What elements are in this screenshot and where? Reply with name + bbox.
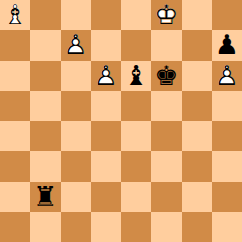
square-h6[interactable]: ♟♙ [212,61,242,91]
square-c3[interactable] [61,151,91,181]
square-g4[interactable] [182,121,212,151]
square-a8[interactable]: ♝♗ [0,0,30,30]
square-a2[interactable] [0,182,30,212]
square-g7[interactable] [182,30,212,60]
white-pawn-piece[interactable]: ♟♙ [91,61,121,91]
square-b7[interactable] [30,30,60,60]
white-pawn-outline-glyph: ♙ [61,30,91,60]
square-b3[interactable] [30,151,60,181]
square-g2[interactable] [182,182,212,212]
square-e7[interactable] [121,30,151,60]
square-a3[interactable] [0,151,30,181]
square-e5[interactable] [121,91,151,121]
square-a1[interactable] [0,212,30,242]
square-b5[interactable] [30,91,60,121]
black-king-piece[interactable]: ♚ [151,61,181,91]
square-e2[interactable] [121,182,151,212]
square-f5[interactable] [151,91,181,121]
square-f6[interactable]: ♚ [151,61,181,91]
square-e1[interactable] [121,212,151,242]
square-b6[interactable] [30,61,60,91]
white-bishop-piece[interactable]: ♝♗ [0,0,30,30]
square-e3[interactable] [121,151,151,181]
white-king-outline-glyph: ♔ [151,0,181,30]
square-d3[interactable] [91,151,121,181]
square-d1[interactable] [91,212,121,242]
chess-board: ♝♗♚♔♟♙♟♟♙♝♚♟♙♜ [0,0,242,242]
square-h5[interactable] [212,91,242,121]
black-bishop-glyph: ♝ [121,61,151,91]
white-bishop-outline-glyph: ♗ [0,0,30,30]
square-g5[interactable] [182,91,212,121]
black-pawn-piece[interactable]: ♟ [212,30,242,60]
square-g1[interactable] [182,212,212,242]
square-b4[interactable] [30,121,60,151]
square-h4[interactable] [212,121,242,151]
square-f3[interactable] [151,151,181,181]
black-pawn-glyph: ♟ [212,30,242,60]
square-g6[interactable] [182,61,212,91]
square-c1[interactable] [61,212,91,242]
square-a7[interactable] [0,30,30,60]
square-c5[interactable] [61,91,91,121]
square-f4[interactable] [151,121,181,151]
square-d5[interactable] [91,91,121,121]
square-h8[interactable] [212,0,242,30]
black-rook-glyph: ♜ [30,182,60,212]
square-h3[interactable] [212,151,242,181]
square-h2[interactable] [212,182,242,212]
square-d8[interactable] [91,0,121,30]
white-pawn-piece[interactable]: ♟♙ [61,30,91,60]
square-g3[interactable] [182,151,212,181]
square-b1[interactable] [30,212,60,242]
square-a4[interactable] [0,121,30,151]
black-bishop-piece[interactable]: ♝ [121,61,151,91]
square-h1[interactable] [212,212,242,242]
square-g8[interactable] [182,0,212,30]
square-f1[interactable] [151,212,181,242]
square-d7[interactable] [91,30,121,60]
square-e6[interactable]: ♝ [121,61,151,91]
square-c6[interactable] [61,61,91,91]
white-king-piece[interactable]: ♚♔ [151,0,181,30]
square-a5[interactable] [0,91,30,121]
square-a6[interactable] [0,61,30,91]
square-e4[interactable] [121,121,151,151]
square-d6[interactable]: ♟♙ [91,61,121,91]
black-rook-piece[interactable]: ♜ [30,182,60,212]
square-b2[interactable]: ♜ [30,182,60,212]
black-king-glyph: ♚ [151,61,181,91]
square-c8[interactable] [61,0,91,30]
square-c7[interactable]: ♟♙ [61,30,91,60]
white-pawn-piece[interactable]: ♟♙ [212,61,242,91]
white-pawn-outline-glyph: ♙ [212,61,242,91]
square-h7[interactable]: ♟ [212,30,242,60]
square-c4[interactable] [61,121,91,151]
square-d2[interactable] [91,182,121,212]
square-d4[interactable] [91,121,121,151]
square-f7[interactable] [151,30,181,60]
white-pawn-outline-glyph: ♙ [91,61,121,91]
square-e8[interactable] [121,0,151,30]
square-f2[interactable] [151,182,181,212]
square-b8[interactable] [30,0,60,30]
square-c2[interactable] [61,182,91,212]
square-f8[interactable]: ♚♔ [151,0,181,30]
